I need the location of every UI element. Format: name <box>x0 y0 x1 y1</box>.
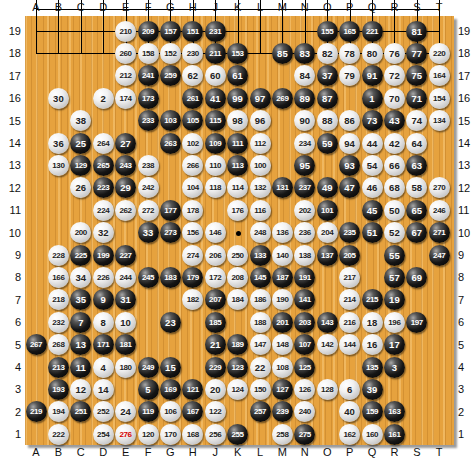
stone-H14: 102 <box>182 133 203 154</box>
coordinate-label-left: 4 <box>1 360 21 374</box>
coordinate-label-bottom: Q <box>361 446 383 458</box>
stone-S11: 65 <box>406 200 427 221</box>
move-number: 132 <box>254 177 266 198</box>
move-number: 261 <box>187 88 199 109</box>
move-number: 145 <box>254 267 266 288</box>
move-number: 112 <box>254 133 266 154</box>
stone-Q6: 18 <box>362 312 383 333</box>
stone-R4: 3 <box>384 357 405 378</box>
stone-Q2: 159 <box>362 401 383 422</box>
stone-Q19: 221 <box>362 21 383 42</box>
stone-G1: 170 <box>160 424 181 445</box>
stone-M7: 190 <box>272 289 293 310</box>
move-number: 168 <box>187 424 199 445</box>
stone-Q7: 215 <box>362 289 383 310</box>
stone-T12: 270 <box>429 177 450 198</box>
move-number: 273 <box>164 222 176 243</box>
stone-G11: 177 <box>160 200 181 221</box>
stone-N11: 202 <box>294 200 315 221</box>
stone-O10: 204 <box>317 222 338 243</box>
stone-S6: 197 <box>406 312 427 333</box>
stone-N13: 95 <box>294 155 315 176</box>
move-number: 182 <box>187 289 199 310</box>
stone-C15: 38 <box>70 110 91 131</box>
stone-N17: 84 <box>294 65 315 86</box>
stone-F8: 245 <box>138 267 159 288</box>
stone-D9: 199 <box>93 245 114 266</box>
move-number: 267 <box>30 334 42 355</box>
move-number: 245 <box>142 267 154 288</box>
move-number: 258 <box>276 424 288 445</box>
stone-B6: 232 <box>48 312 69 333</box>
move-number: 186 <box>254 289 266 310</box>
stone-O18: 82 <box>317 43 338 64</box>
stone-D5: 171 <box>93 334 114 355</box>
move-number: 206 <box>209 245 221 266</box>
stone-G14: 263 <box>160 133 181 154</box>
stone-M18: 85 <box>272 43 293 64</box>
stone-N1: 275 <box>294 424 315 445</box>
coordinate-label-right: 17 <box>458 69 473 83</box>
move-number: 52 <box>389 222 400 243</box>
move-number: 41 <box>210 88 221 109</box>
move-number: 229 <box>209 357 221 378</box>
stone-O12: 49 <box>317 177 338 198</box>
stone-H2: 167 <box>182 401 203 422</box>
move-number: 190 <box>276 289 288 310</box>
stone-S13: 63 <box>406 155 427 176</box>
move-number: 124 <box>232 379 244 400</box>
move-number: 79 <box>344 65 355 86</box>
stone-O14: 59 <box>317 133 338 154</box>
move-number: 275 <box>299 424 311 445</box>
stone-P13: 93 <box>339 155 360 176</box>
stone-D14: 264 <box>93 133 114 154</box>
stone-E12: 29 <box>115 177 136 198</box>
move-number: 152 <box>164 43 176 64</box>
coordinate-label-bottom: K <box>227 446 249 458</box>
stone-J14: 109 <box>205 133 226 154</box>
move-number: 42 <box>389 133 400 154</box>
stone-H11: 178 <box>182 200 203 221</box>
stone-P8: 217 <box>339 267 360 288</box>
stone-K7: 184 <box>227 289 248 310</box>
move-number: 241 <box>142 65 154 86</box>
coordinate-label-right: 14 <box>458 136 473 150</box>
stone-D6: 8 <box>93 312 114 333</box>
move-number: 154 <box>433 88 445 109</box>
stone-T15: 134 <box>429 110 450 131</box>
move-number: 111 <box>232 133 243 154</box>
move-number: 178 <box>187 200 199 221</box>
stone-H13: 266 <box>182 155 203 176</box>
coordinate-label-right: 5 <box>458 338 473 352</box>
stone-C13: 129 <box>70 155 91 176</box>
move-number: 263 <box>164 133 176 154</box>
move-number: 266 <box>187 155 199 176</box>
coordinate-label-left: 7 <box>1 293 21 307</box>
stone-Q15: 73 <box>362 110 383 131</box>
move-number: 155 <box>321 21 333 42</box>
move-number: 269 <box>276 88 288 109</box>
stone-P17: 79 <box>339 65 360 86</box>
move-number: 2 <box>101 88 106 109</box>
stone-F19: 209 <box>138 21 159 42</box>
coordinate-label-top: H <box>182 1 204 13</box>
stone-J10: 146 <box>205 222 226 243</box>
coordinate-label-bottom: T <box>428 446 450 458</box>
move-number: 60 <box>210 65 221 86</box>
move-number: 223 <box>97 177 109 198</box>
stone-G17: 259 <box>160 65 181 86</box>
coordinate-label-bottom: G <box>159 446 181 458</box>
coordinate-label-top: R <box>383 1 405 13</box>
stone-R10: 52 <box>384 222 405 243</box>
move-number: 9 <box>101 289 106 310</box>
move-number: 130 <box>52 155 64 176</box>
coordinate-label-left: 6 <box>1 315 21 329</box>
stone-R9: 55 <box>384 245 405 266</box>
stone-K5: 189 <box>227 334 248 355</box>
stone-O17: 37 <box>317 65 338 86</box>
move-number: 43 <box>389 110 400 131</box>
stone-P9: 205 <box>339 245 360 266</box>
stone-B9: 228 <box>48 245 69 266</box>
move-number: 127 <box>276 379 288 400</box>
move-number: 146 <box>209 222 221 243</box>
move-number: 87 <box>322 88 333 109</box>
move-number: 228 <box>52 245 64 266</box>
stone-L5: 147 <box>250 334 271 355</box>
move-number: 250 <box>232 245 244 266</box>
move-number: 109 <box>209 133 221 154</box>
move-number: 10 <box>120 312 131 333</box>
stone-K15: 98 <box>227 110 248 131</box>
move-number: 123 <box>232 357 244 378</box>
move-number: 157 <box>164 21 176 42</box>
stone-B4: 213 <box>48 357 69 378</box>
stone-E17: 212 <box>115 65 136 86</box>
move-number: 55 <box>389 245 400 266</box>
coordinate-label-top: F <box>137 1 159 13</box>
move-number: 116 <box>254 200 266 221</box>
move-number: 218 <box>52 289 64 310</box>
stone-P14: 94 <box>339 133 360 154</box>
stone-C8: 34 <box>70 267 91 288</box>
coordinate-label-top: N <box>294 1 316 13</box>
move-number: 265 <box>97 155 109 176</box>
stone-B13: 130 <box>48 155 69 176</box>
stone-M5: 148 <box>272 334 293 355</box>
move-number: 244 <box>120 267 132 288</box>
move-number: 21 <box>210 334 221 355</box>
move-number: 27 <box>120 133 131 154</box>
coordinate-label-right: 6 <box>458 315 473 329</box>
coordinate-label-left: 18 <box>1 46 21 60</box>
stone-L12: 132 <box>250 177 271 198</box>
move-number: 46 <box>367 177 378 198</box>
stone-E11: 262 <box>115 200 136 221</box>
move-number: 83 <box>300 43 311 64</box>
stone-K12: 114 <box>227 177 248 198</box>
stone-B5: 268 <box>48 334 69 355</box>
coordinate-label-bottom: P <box>339 446 361 458</box>
stone-L15: 96 <box>250 110 271 131</box>
move-number: 107 <box>299 334 311 355</box>
move-number: 5 <box>145 379 150 400</box>
stone-S17: 75 <box>406 65 427 86</box>
coordinate-label-right: 3 <box>458 382 473 396</box>
move-number: 158 <box>142 43 154 64</box>
stone-L7: 186 <box>250 289 271 310</box>
move-number: 133 <box>254 245 266 266</box>
stone-E4: 180 <box>115 357 136 378</box>
coordinate-label-right: 4 <box>458 360 473 374</box>
stone-P5: 144 <box>339 334 360 355</box>
move-number: 237 <box>299 177 311 198</box>
move-number: 80 <box>367 43 378 64</box>
stone-O6: 143 <box>317 312 338 333</box>
move-number: 35 <box>76 289 87 310</box>
stone-S18: 77 <box>406 43 427 64</box>
stone-H7: 182 <box>182 289 203 310</box>
stone-R18: 76 <box>384 43 405 64</box>
coordinate-label-left: 1 <box>1 427 21 441</box>
stone-T9: 247 <box>429 245 450 266</box>
move-number: 247 <box>433 245 445 266</box>
coordinate-label-right: 18 <box>458 46 473 60</box>
stone-C14: 25 <box>70 133 91 154</box>
stone-N3: 126 <box>294 379 315 400</box>
coordinate-label-left: 5 <box>1 338 21 352</box>
coordinate-label-right: 13 <box>458 158 473 172</box>
move-number: 271 <box>433 222 445 243</box>
move-number: 240 <box>299 401 311 422</box>
move-number: 239 <box>276 401 288 422</box>
move-number: 24 <box>120 401 131 422</box>
move-number: 211 <box>209 43 221 64</box>
move-number: 33 <box>143 222 154 243</box>
stone-Q11: 45 <box>362 200 383 221</box>
stone-B7: 218 <box>48 289 69 310</box>
coordinate-label-right: 1 <box>458 427 473 441</box>
move-number: 141 <box>299 289 311 310</box>
stone-S8: 69 <box>406 267 427 288</box>
move-number: 101 <box>321 200 333 221</box>
move-number: 125 <box>299 357 311 378</box>
stone-F4: 249 <box>138 357 159 378</box>
move-number: 248 <box>254 222 266 243</box>
move-number: 170 <box>164 424 176 445</box>
stone-F2: 119 <box>138 401 159 422</box>
stone-M4: 108 <box>272 357 293 378</box>
stone-L6: 188 <box>250 312 271 333</box>
move-number: 171 <box>97 334 109 355</box>
move-number: 131 <box>276 177 288 198</box>
move-number: 193 <box>52 379 64 400</box>
coordinate-label-top: P <box>339 1 361 13</box>
move-number: 148 <box>276 334 288 355</box>
move-number: 105 <box>187 110 199 131</box>
move-number: 19 <box>389 289 400 310</box>
coordinate-label-left: 2 <box>1 405 21 419</box>
move-number: 15 <box>165 357 176 378</box>
stone-E16: 174 <box>115 88 136 109</box>
move-number: 70 <box>389 88 400 109</box>
coordinate-label-bottom: S <box>406 446 428 458</box>
stone-J16: 41 <box>205 88 226 109</box>
stone-R6: 196 <box>384 312 405 333</box>
coordinate-label-top: K <box>227 1 249 13</box>
move-number: 81 <box>412 21 423 42</box>
stone-L8: 145 <box>250 267 271 288</box>
coordinate-label-bottom: A <box>25 446 47 458</box>
move-number: 16 <box>367 334 378 355</box>
move-number: 32 <box>98 222 109 243</box>
stone-R7: 19 <box>384 289 405 310</box>
move-number: 221 <box>366 21 378 42</box>
coordinate-label-bottom: J <box>204 446 226 458</box>
stone-E6: 10 <box>115 312 136 333</box>
move-number: 4 <box>101 357 106 378</box>
stone-T16: 154 <box>429 88 450 109</box>
move-number: 38 <box>76 110 87 131</box>
move-number: 58 <box>412 177 423 198</box>
stone-H3: 121 <box>182 379 203 400</box>
coordinate-label-bottom: B <box>47 446 69 458</box>
move-number: 84 <box>300 65 311 86</box>
coordinate-label-bottom: O <box>316 446 338 458</box>
move-number: 140 <box>276 245 288 266</box>
stone-D8: 226 <box>93 267 114 288</box>
coordinate-label-left: 15 <box>1 114 21 128</box>
stone-F17: 241 <box>138 65 159 86</box>
stone-G2: 106 <box>160 401 181 422</box>
stone-N16: 89 <box>294 88 315 109</box>
move-number: 7 <box>78 312 83 333</box>
move-number: 77 <box>412 43 423 64</box>
move-number: 270 <box>433 177 445 198</box>
stone-R17: 72 <box>384 65 405 86</box>
stone-E5: 181 <box>115 334 136 355</box>
stone-S15: 74 <box>406 110 427 131</box>
stone-R15: 43 <box>384 110 405 131</box>
move-number: 23 <box>165 312 176 333</box>
stone-E18: 260 <box>115 43 136 64</box>
move-number: 232 <box>52 312 64 333</box>
coordinate-label-right: 11 <box>458 203 473 217</box>
move-number: 61 <box>232 65 243 86</box>
stone-B1: 222 <box>48 424 69 445</box>
coordinate-label-top: J <box>204 1 226 13</box>
stone-Q18: 80 <box>362 43 383 64</box>
stone-A5: 267 <box>26 334 47 355</box>
stone-N10: 236 <box>294 222 315 243</box>
move-number: 272 <box>142 200 154 221</box>
stone-P1: 162 <box>339 424 360 445</box>
stone-N9: 138 <box>294 245 315 266</box>
stone-F1: 120 <box>138 424 159 445</box>
stone-L2: 257 <box>250 401 271 422</box>
stone-C3: 12 <box>70 379 91 400</box>
goban[interactable]: 2102091571512311551652218126015815223021… <box>25 16 454 445</box>
stone-R14: 42 <box>384 133 405 154</box>
stone-J3: 20 <box>205 379 226 400</box>
move-number: 209 <box>142 21 154 42</box>
move-number: 151 <box>187 21 199 42</box>
stone-R8: 57 <box>384 267 405 288</box>
stone-K17: 61 <box>227 65 248 86</box>
coordinate-label-left: 16 <box>1 91 21 105</box>
stone-E2: 24 <box>115 401 136 422</box>
coordinate-label-left: 10 <box>1 226 21 240</box>
move-number: 74 <box>412 110 423 131</box>
stone-D12: 223 <box>93 177 114 198</box>
move-number: 201 <box>276 312 288 333</box>
stone-J1: 256 <box>205 424 226 445</box>
move-number: 208 <box>232 267 244 288</box>
stone-M16: 269 <box>272 88 293 109</box>
stone-S19: 81 <box>406 21 427 42</box>
move-number: 11 <box>76 357 86 378</box>
move-number: 257 <box>254 401 266 422</box>
move-number: 96 <box>255 110 266 131</box>
move-number: 8 <box>101 312 106 333</box>
move-number: 255 <box>232 424 244 445</box>
move-number: 188 <box>254 312 266 333</box>
stone-F10: 33 <box>138 222 159 243</box>
stone-A2: 219 <box>26 401 47 422</box>
stone-J2: 122 <box>205 401 226 422</box>
stone-C6: 7 <box>70 312 91 333</box>
move-number: 187 <box>276 267 288 288</box>
move-number: 183 <box>164 267 176 288</box>
coordinate-label-top: E <box>115 1 137 13</box>
coordinate-label-top: D <box>92 1 114 13</box>
move-number: 184 <box>232 289 244 310</box>
stone-L11: 116 <box>250 200 271 221</box>
stone-H10: 156 <box>182 222 203 243</box>
move-number: 78 <box>344 43 355 64</box>
stone-P19: 165 <box>339 21 360 42</box>
stone-P10: 235 <box>339 222 360 243</box>
coordinate-label-left: 13 <box>1 158 21 172</box>
go-game-screenshot: 2102091571512311551652218126015815223021… <box>0 0 473 459</box>
stone-Q13: 54 <box>362 155 383 176</box>
move-number: 231 <box>209 21 221 42</box>
move-number: 64 <box>412 133 423 154</box>
coordinate-label-top: G <box>159 1 181 13</box>
move-number: 40 <box>344 401 355 422</box>
move-number: 207 <box>209 289 221 310</box>
stone-T11: 246 <box>429 200 450 221</box>
stone-J6: 185 <box>205 312 226 333</box>
stone-F15: 233 <box>138 110 159 131</box>
move-number: 134 <box>433 110 445 131</box>
stone-H17: 62 <box>182 65 203 86</box>
stone-P12: 47 <box>339 177 360 198</box>
move-number: 144 <box>344 334 356 355</box>
stone-O3: 128 <box>317 379 338 400</box>
stone-Q4: 135 <box>362 357 383 378</box>
stone-C10: 200 <box>70 222 91 243</box>
coordinate-label-left: 8 <box>1 270 21 284</box>
stone-M3: 127 <box>272 379 293 400</box>
move-number: 222 <box>52 424 64 445</box>
move-number: 59 <box>322 133 333 154</box>
stone-D2: 252 <box>93 401 114 422</box>
stone-P6: 216 <box>339 312 360 333</box>
